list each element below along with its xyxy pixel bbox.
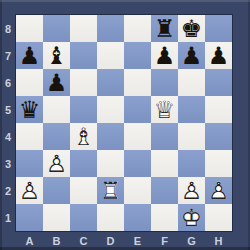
square-d1[interactable] bbox=[97, 204, 124, 231]
rank-label-4: 4 bbox=[0, 123, 16, 150]
white-pawn-outline: ♙ bbox=[43, 150, 70, 177]
black-king: ♚ bbox=[178, 15, 205, 42]
rank-labels: 87654321 bbox=[0, 15, 16, 231]
rank-label-2: 2 bbox=[0, 177, 16, 204]
square-d5[interactable] bbox=[97, 96, 124, 123]
square-b6[interactable]: ♟ bbox=[43, 69, 70, 96]
square-f3[interactable] bbox=[151, 150, 178, 177]
rank-label-3: 3 bbox=[0, 150, 16, 177]
square-a3[interactable] bbox=[16, 150, 43, 177]
file-labels: ABCDEFGH bbox=[16, 231, 232, 250]
square-g6[interactable] bbox=[178, 69, 205, 96]
square-g7[interactable]: ♟ bbox=[178, 42, 205, 69]
black-pawn: ♟ bbox=[178, 42, 205, 69]
square-c3[interactable] bbox=[70, 150, 97, 177]
square-f5[interactable]: ♛♕ bbox=[151, 96, 178, 123]
black-bishop: ♝ bbox=[43, 42, 70, 69]
square-e5[interactable] bbox=[124, 96, 151, 123]
square-g2[interactable]: ♟♙ bbox=[178, 177, 205, 204]
chess-board: ♜♚♟♝♟♟♟♟♛♛♕♝♗♟♙♟♙♜♖♟♙♟♙♚♔ bbox=[16, 15, 232, 231]
square-a6[interactable] bbox=[16, 69, 43, 96]
square-f1[interactable] bbox=[151, 204, 178, 231]
square-g8[interactable]: ♚ bbox=[178, 15, 205, 42]
square-e4[interactable] bbox=[124, 123, 151, 150]
square-b2[interactable] bbox=[43, 177, 70, 204]
white-bishop-outline: ♗ bbox=[70, 123, 97, 150]
white-rook: ♜ bbox=[97, 177, 124, 204]
white-pawn: ♟ bbox=[16, 177, 43, 204]
file-label-a: A bbox=[16, 231, 43, 250]
file-label-e: E bbox=[124, 231, 151, 250]
square-b1[interactable] bbox=[43, 204, 70, 231]
square-d2[interactable]: ♜♖ bbox=[97, 177, 124, 204]
square-b3[interactable]: ♟♙ bbox=[43, 150, 70, 177]
square-h2[interactable]: ♟♙ bbox=[205, 177, 232, 204]
square-e7[interactable] bbox=[124, 42, 151, 69]
rank-label-1: 1 bbox=[0, 204, 16, 231]
square-d7[interactable] bbox=[97, 42, 124, 69]
file-label-h: H bbox=[205, 231, 232, 250]
file-label-f: F bbox=[151, 231, 178, 250]
black-pawn: ♟ bbox=[43, 69, 70, 96]
square-e2[interactable] bbox=[124, 177, 151, 204]
square-b7[interactable]: ♝ bbox=[43, 42, 70, 69]
square-b4[interactable] bbox=[43, 123, 70, 150]
white-bishop: ♝ bbox=[70, 123, 97, 150]
square-b5[interactable] bbox=[43, 96, 70, 123]
black-rook: ♜ bbox=[151, 15, 178, 42]
black-pawn: ♟ bbox=[151, 42, 178, 69]
white-pawn-outline: ♙ bbox=[16, 177, 43, 204]
square-g5[interactable] bbox=[178, 96, 205, 123]
square-b8[interactable] bbox=[43, 15, 70, 42]
file-label-c: C bbox=[70, 231, 97, 250]
rank-label-6: 6 bbox=[0, 69, 16, 96]
square-f6[interactable] bbox=[151, 69, 178, 96]
square-e6[interactable] bbox=[124, 69, 151, 96]
white-pawn-outline: ♙ bbox=[205, 177, 232, 204]
black-queen: ♛ bbox=[16, 96, 43, 123]
square-d8[interactable] bbox=[97, 15, 124, 42]
square-a2[interactable]: ♟♙ bbox=[16, 177, 43, 204]
square-e1[interactable] bbox=[124, 204, 151, 231]
square-h1[interactable] bbox=[205, 204, 232, 231]
rank-label-8: 8 bbox=[0, 15, 16, 42]
rank-label-7: 7 bbox=[0, 42, 16, 69]
square-e3[interactable] bbox=[124, 150, 151, 177]
square-a4[interactable] bbox=[16, 123, 43, 150]
file-label-b: B bbox=[43, 231, 70, 250]
square-h5[interactable] bbox=[205, 96, 232, 123]
square-a7[interactable]: ♟ bbox=[16, 42, 43, 69]
black-pawn: ♟ bbox=[16, 42, 43, 69]
rank-label-5: 5 bbox=[0, 96, 16, 123]
black-pawn: ♟ bbox=[205, 42, 232, 69]
square-h8[interactable] bbox=[205, 15, 232, 42]
square-c6[interactable] bbox=[70, 69, 97, 96]
white-king: ♚ bbox=[178, 204, 205, 231]
white-queen: ♛ bbox=[151, 96, 178, 123]
file-label-d: D bbox=[97, 231, 124, 250]
white-pawn: ♟ bbox=[178, 177, 205, 204]
square-c2[interactable] bbox=[70, 177, 97, 204]
square-f4[interactable] bbox=[151, 123, 178, 150]
white-queen-outline: ♕ bbox=[151, 96, 178, 123]
square-e8[interactable] bbox=[124, 15, 151, 42]
square-a1[interactable] bbox=[16, 204, 43, 231]
square-f8[interactable]: ♜ bbox=[151, 15, 178, 42]
square-c5[interactable] bbox=[70, 96, 97, 123]
white-rook-outline: ♖ bbox=[97, 177, 124, 204]
square-a8[interactable] bbox=[16, 15, 43, 42]
square-d3[interactable] bbox=[97, 150, 124, 177]
white-pawn-outline: ♙ bbox=[178, 177, 205, 204]
chess-diagram: 87654321 ♜♚♟♝♟♟♟♟♛♛♕♝♗♟♙♟♙♜♖♟♙♟♙♚♔ ABCDE… bbox=[0, 0, 250, 250]
white-king-outline: ♔ bbox=[178, 204, 205, 231]
square-c7[interactable] bbox=[70, 42, 97, 69]
square-c4[interactable]: ♝♗ bbox=[70, 123, 97, 150]
square-g1[interactable]: ♚♔ bbox=[178, 204, 205, 231]
square-f7[interactable]: ♟ bbox=[151, 42, 178, 69]
white-pawn: ♟ bbox=[43, 150, 70, 177]
square-h4[interactable] bbox=[205, 123, 232, 150]
file-label-g: G bbox=[178, 231, 205, 250]
square-g4[interactable] bbox=[178, 123, 205, 150]
square-h7[interactable]: ♟ bbox=[205, 42, 232, 69]
square-d4[interactable] bbox=[97, 123, 124, 150]
square-h3[interactable] bbox=[205, 150, 232, 177]
square-f2[interactable] bbox=[151, 177, 178, 204]
white-pawn: ♟ bbox=[205, 177, 232, 204]
square-a5[interactable]: ♛ bbox=[16, 96, 43, 123]
square-c1[interactable] bbox=[70, 204, 97, 231]
square-c8[interactable] bbox=[70, 15, 97, 42]
square-h6[interactable] bbox=[205, 69, 232, 96]
square-g3[interactable] bbox=[178, 150, 205, 177]
square-d6[interactable] bbox=[97, 69, 124, 96]
